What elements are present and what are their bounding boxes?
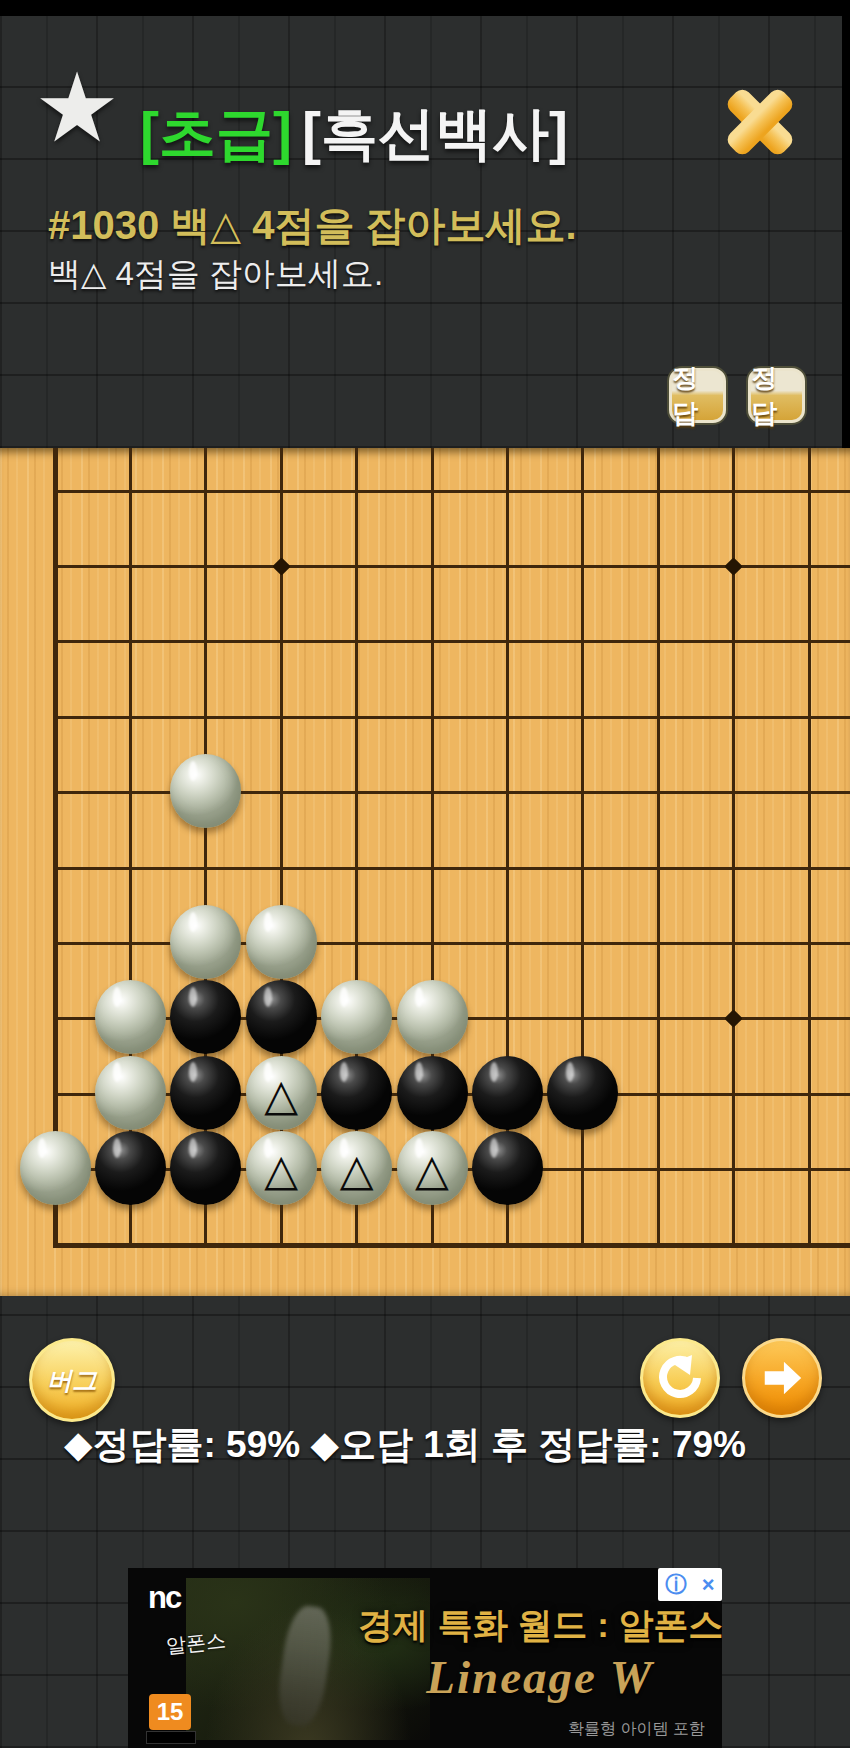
white-stone: △ xyxy=(246,1131,317,1205)
right-black-edge xyxy=(842,0,850,448)
black-stone xyxy=(170,1131,241,1205)
app-screen: ★ [초급] [흑선백사] #1030 백△ 4점을 잡아보세요. 백△ 4점을… xyxy=(0,0,850,1748)
board-grid-line xyxy=(53,716,850,719)
white-stone: △ xyxy=(397,1131,468,1205)
white-stone xyxy=(397,980,468,1054)
board-grid-line xyxy=(808,448,811,1248)
black-stone xyxy=(246,980,317,1054)
board-grid-line xyxy=(53,490,850,493)
board-grid-line xyxy=(53,867,850,870)
black-stone xyxy=(472,1056,543,1130)
answer-button-1-label: 정답 xyxy=(672,361,723,431)
page-title: [흑선백사] xyxy=(302,96,568,173)
ad-game-title: Lineage W xyxy=(358,1650,722,1704)
bug-button-label: 버그 xyxy=(47,1364,97,1397)
ad-info-icon[interactable]: ⓘ xyxy=(665,1570,687,1600)
black-stone xyxy=(170,1056,241,1130)
white-stone: △ xyxy=(246,1056,317,1130)
board-grid-line xyxy=(53,1243,850,1248)
arrow-right-icon xyxy=(759,1355,805,1401)
white-stone xyxy=(20,1131,91,1205)
white-stone xyxy=(170,754,241,828)
problem-subtitle: 백△ 4점을 잡아보세요. xyxy=(48,252,383,297)
star-point xyxy=(724,557,742,575)
board-grid-line xyxy=(657,448,660,1248)
next-button[interactable] xyxy=(742,1338,822,1418)
black-stone xyxy=(170,980,241,1054)
black-stone xyxy=(321,1056,392,1130)
ad-headline: 경제 특화 월드 : 알폰스 xyxy=(358,1602,722,1649)
ad-close-icon[interactable]: × xyxy=(702,1572,715,1598)
board-grid-line xyxy=(53,448,58,1248)
star-point xyxy=(272,557,290,575)
problem-title: #1030 백△ 4점을 잡아보세요. xyxy=(48,198,577,253)
answer-rate-stats: ◆정답률: 59% ◆오답 1회 후 정답률: 79% xyxy=(0,1420,810,1470)
triangle-mark: △ xyxy=(246,1056,317,1130)
board-grid-line xyxy=(53,640,850,643)
ad-banner[interactable]: 알폰스 nc 경제 특화 월드 : 알폰스 Lineage W 확률형 아이템 … xyxy=(128,1568,722,1748)
white-stone xyxy=(95,980,166,1054)
answer-button-2-label: 정답 xyxy=(751,361,802,431)
close-button[interactable] xyxy=(724,86,796,158)
white-stone: △ xyxy=(321,1131,392,1205)
white-stone xyxy=(95,1056,166,1130)
white-stone xyxy=(170,905,241,979)
top-black-bar xyxy=(0,0,850,16)
star-icon[interactable]: ★ xyxy=(34,58,120,158)
nc-logo: nc xyxy=(148,1580,180,1616)
triangle-mark: △ xyxy=(246,1131,317,1205)
triangle-mark: △ xyxy=(321,1131,392,1205)
black-stone xyxy=(547,1056,618,1130)
age-rating-badge: 15 xyxy=(149,1694,191,1730)
rating-strip xyxy=(146,1731,196,1744)
black-stone xyxy=(472,1131,543,1205)
answer-button-1[interactable]: 정답 xyxy=(667,366,728,425)
refresh-icon xyxy=(656,1354,704,1402)
black-stone xyxy=(397,1056,468,1130)
answer-button-2[interactable]: 정답 xyxy=(746,366,807,425)
ad-disclaimer: 확률형 아이템 포함 xyxy=(568,1719,705,1740)
white-stone xyxy=(246,905,317,979)
triangle-mark: △ xyxy=(397,1131,468,1205)
level-label: [초급] xyxy=(140,96,292,173)
retry-button[interactable] xyxy=(640,1338,720,1418)
white-stone xyxy=(321,980,392,1054)
black-stone xyxy=(95,1131,166,1205)
go-board[interactable]: △△△△ xyxy=(0,448,850,1296)
bug-button[interactable]: 버그 xyxy=(29,1338,115,1422)
star-point xyxy=(724,1010,742,1028)
adchoices-box: ⓘ × xyxy=(658,1568,722,1601)
